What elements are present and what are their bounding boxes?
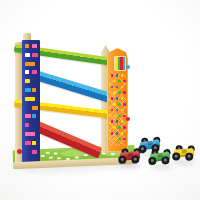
tower-windows — [24, 43, 38, 160]
wheel-icon — [185, 152, 194, 161]
ramp-racer-toy-photo — [0, 0, 200, 200]
wheel-icon — [118, 155, 127, 164]
toy-car-yellow — [171, 144, 196, 163]
toy-car-green — [147, 148, 173, 168]
wheel-icon — [161, 156, 170, 165]
wheel-icon — [148, 156, 157, 165]
wheel-icon — [138, 145, 147, 154]
blue-skyscraper-tower — [22, 40, 40, 163]
orange-arch-tower — [107, 48, 128, 152]
wheel-icon — [172, 152, 181, 161]
wheel-icon — [131, 155, 140, 164]
dot-lattice — [109, 74, 126, 146]
striped-window — [114, 56, 126, 71]
stop-peg — [17, 149, 22, 154]
tower-peg-red — [126, 117, 130, 121]
tower-peg-blue — [126, 65, 130, 69]
blue-ramp — [33, 70, 111, 102]
